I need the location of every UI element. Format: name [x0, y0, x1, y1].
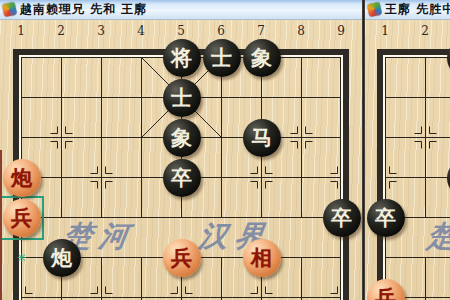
- red-elephant[interactable]: 相: [243, 239, 281, 277]
- xiangqi-board-left[interactable]: 楚河 汉界 将士象士象马炮卒兵卒炮兵相✳: [21, 57, 341, 300]
- black-advisor[interactable]: 士: [163, 79, 201, 117]
- file-label: 1: [12, 24, 30, 38]
- board-frame-inner-right: 楚河 汉界 卒兵: [383, 55, 450, 300]
- xiangqi-board-right[interactable]: 楚河 汉界 卒兵: [385, 57, 450, 300]
- file-label: 3: [92, 24, 110, 38]
- black-elephant[interactable]: 象: [163, 119, 201, 157]
- xiangqi-app-icon: [367, 2, 382, 17]
- board-area-left: 123456789 楚河 汉界 将士象士象马炮卒兵卒炮兵相✳: [0, 20, 362, 300]
- black-pawn[interactable]: 卒: [367, 199, 405, 237]
- file-label: 2: [416, 24, 434, 38]
- red-pawn[interactable]: 兵: [163, 239, 201, 277]
- file-label: 6: [212, 24, 230, 38]
- black-elephant[interactable]: 象: [243, 39, 281, 77]
- xiangqi-app-screen: 越南赖理兄 先和 王廓 123456789 楚河 汉界 将士象士象马炮卒兵卒炮兵…: [0, 0, 450, 300]
- black-king[interactable]: 将: [163, 39, 201, 77]
- file-label: 2: [52, 24, 70, 38]
- titlebar-left[interactable]: 越南赖理兄 先和 王廓: [0, 0, 362, 20]
- file-label: 4: [132, 24, 150, 38]
- window-title-right: 王廓 先胜中: [385, 1, 450, 18]
- black-advisor[interactable]: 士: [203, 39, 241, 77]
- black-pawn[interactable]: 卒: [323, 199, 361, 237]
- teal-cross-icon: ✳: [14, 250, 30, 266]
- file-label: 8: [292, 24, 310, 38]
- window-separator: [362, 0, 365, 300]
- board-frame-left: 楚河 汉界 将士象士象马炮卒兵卒炮兵相✳: [13, 49, 349, 300]
- file-label: 1: [376, 24, 394, 38]
- board-frame-inner-left: 楚河 汉界 将士象士象马炮卒兵卒炮兵相✳: [19, 55, 343, 300]
- game-window-right: 王廓 先胜中 12 楚河 汉界 卒兵: [365, 0, 450, 300]
- black-pawn[interactable]: 卒: [163, 159, 201, 197]
- file-label: 7: [252, 24, 270, 38]
- left-edge-strip: [0, 150, 2, 300]
- file-label: 9: [332, 24, 350, 38]
- black-horse[interactable]: 马: [243, 119, 281, 157]
- titlebar-right[interactable]: 王廓 先胜中: [365, 0, 450, 20]
- board-area-right: 12 楚河 汉界 卒兵: [365, 20, 450, 300]
- red-pawn[interactable]: 兵: [3, 199, 41, 237]
- cannon[interactable]: 炮: [43, 239, 81, 277]
- game-window-left: 越南赖理兄 先和 王廓 123456789 楚河 汉界 将士象士象马炮卒兵卒炮兵…: [0, 0, 362, 300]
- file-label: 5: [172, 24, 190, 38]
- cannon[interactable]: 炮: [3, 159, 41, 197]
- window-title-left: 越南赖理兄 先和 王廓: [20, 1, 147, 18]
- board-lines-right: [385, 57, 450, 300]
- board-frame-right: 楚河 汉界 卒兵: [377, 49, 450, 300]
- xiangqi-app-icon: [2, 2, 17, 17]
